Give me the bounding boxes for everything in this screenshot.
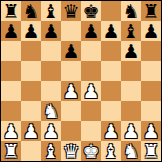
piece-black-pawn[interactable]: ♟ [82,21,99,41]
piece-black-bishop[interactable]: ♝ [122,21,139,41]
square-f8[interactable] [101,1,121,21]
piece-black-rook[interactable]: ♜ [2,1,19,21]
square-d1[interactable]: ♛ [61,141,81,161]
square-h6[interactable] [141,41,161,61]
square-d4[interactable]: ♟ [61,81,81,101]
square-g6[interactable]: ♟ [121,41,141,61]
square-d2[interactable] [61,121,81,141]
piece-white-knight[interactable]: ♞ [122,141,139,161]
piece-white-pawn[interactable]: ♟ [42,121,59,141]
piece-white-pawn[interactable]: ♟ [62,81,79,101]
square-g3[interactable] [121,101,141,121]
square-e4[interactable]: ♟ [81,81,101,101]
square-a5[interactable] [1,61,21,81]
piece-white-pawn[interactable]: ♟ [142,121,159,141]
square-e8[interactable]: ♚ [81,1,101,21]
piece-black-knight[interactable]: ♞ [122,1,139,21]
square-e6[interactable] [81,41,101,61]
square-g2[interactable]: ♟ [121,121,141,141]
piece-black-pawn[interactable]: ♟ [42,21,59,41]
piece-white-pawn[interactable]: ♟ [2,121,19,141]
piece-black-king[interactable]: ♚ [82,1,99,21]
piece-black-rook[interactable]: ♜ [142,1,159,21]
square-f6[interactable] [101,41,121,61]
square-b2[interactable]: ♟ [21,121,41,141]
square-f2[interactable]: ♟ [101,121,121,141]
square-c3[interactable]: ♞ [41,101,61,121]
piece-black-queen[interactable]: ♛ [62,1,79,21]
piece-white-bishop[interactable]: ♝ [42,141,59,161]
square-b5[interactable] [21,61,41,81]
square-a3[interactable] [1,101,21,121]
square-h4[interactable] [141,81,161,101]
piece-white-pawn[interactable]: ♟ [22,121,39,141]
square-h8[interactable]: ♜ [141,1,161,21]
square-e3[interactable] [81,101,101,121]
piece-white-pawn[interactable]: ♟ [82,81,99,101]
square-c6[interactable] [41,41,61,61]
square-b1[interactable] [21,141,41,161]
square-f3[interactable] [101,101,121,121]
piece-white-rook[interactable]: ♜ [142,141,159,161]
square-b6[interactable] [21,41,41,61]
piece-white-pawn[interactable]: ♟ [102,121,119,141]
piece-white-king[interactable]: ♚ [82,141,99,161]
piece-black-pawn[interactable]: ♟ [22,21,39,41]
square-e2[interactable] [81,121,101,141]
square-a6[interactable] [1,41,21,61]
piece-white-knight[interactable]: ♞ [42,101,59,121]
square-d8[interactable]: ♛ [61,1,81,21]
square-c1[interactable]: ♝ [41,141,61,161]
piece-black-knight[interactable]: ♞ [22,1,39,21]
square-b3[interactable] [21,101,41,121]
piece-white-queen[interactable]: ♛ [62,141,79,161]
piece-white-rook[interactable]: ♜ [2,141,19,161]
square-f1[interactable]: ♝ [101,141,121,161]
square-a2[interactable]: ♟ [1,121,21,141]
piece-black-pawn[interactable]: ♟ [2,21,19,41]
square-h7[interactable]: ♟ [141,21,161,41]
square-g1[interactable]: ♞ [121,141,141,161]
square-g8[interactable]: ♞ [121,1,141,21]
square-g4[interactable] [121,81,141,101]
square-e1[interactable]: ♚ [81,141,101,161]
square-f4[interactable] [101,81,121,101]
piece-black-pawn[interactable]: ♟ [102,21,119,41]
square-d7[interactable] [61,21,81,41]
square-d5[interactable] [61,61,81,81]
square-f7[interactable]: ♟ [101,21,121,41]
square-c8[interactable]: ♝ [41,1,61,21]
square-h3[interactable] [141,101,161,121]
square-h5[interactable] [141,61,161,81]
piece-black-bishop[interactable]: ♝ [42,1,59,21]
square-e5[interactable] [81,61,101,81]
piece-black-pawn[interactable]: ♟ [142,21,159,41]
piece-white-pawn[interactable]: ♟ [122,121,139,141]
square-a8[interactable]: ♜ [1,1,21,21]
piece-white-bishop[interactable]: ♝ [102,141,119,161]
square-g7[interactable]: ♝ [121,21,141,41]
square-b4[interactable] [21,81,41,101]
piece-black-pawn[interactable]: ♟ [122,41,139,61]
square-a1[interactable]: ♜ [1,141,21,161]
square-f5[interactable] [101,61,121,81]
square-d3[interactable] [61,101,81,121]
square-b8[interactable]: ♞ [21,1,41,21]
square-e7[interactable]: ♟ [81,21,101,41]
square-a4[interactable] [1,81,21,101]
square-b7[interactable]: ♟ [21,21,41,41]
square-d6[interactable]: ♟ [61,41,81,61]
square-c7[interactable]: ♟ [41,21,61,41]
square-h1[interactable]: ♜ [141,141,161,161]
square-h2[interactable]: ♟ [141,121,161,141]
square-c4[interactable] [41,81,61,101]
square-a7[interactable]: ♟ [1,21,21,41]
piece-black-pawn[interactable]: ♟ [62,41,79,61]
square-c5[interactable] [41,61,61,81]
chess-board: ♜♞♝♛♚♞♜♟♟♟♟♟♝♟♟♟♟♟♞♟♟♟♟♟♟♜♝♛♚♝♞♜ [0,0,162,162]
square-c2[interactable]: ♟ [41,121,61,141]
square-g5[interactable] [121,61,141,81]
